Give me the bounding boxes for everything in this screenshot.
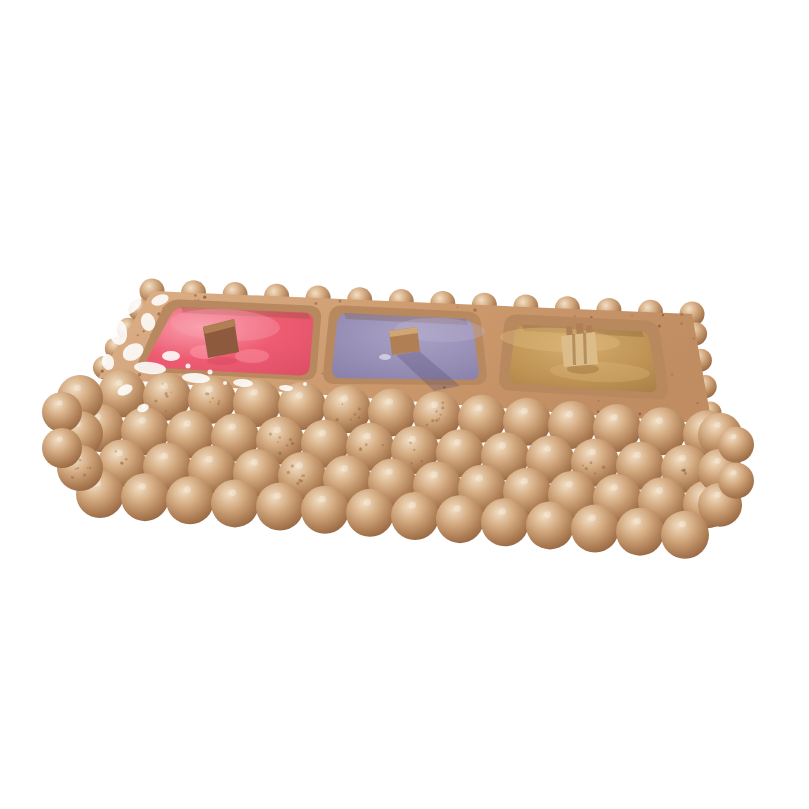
bobble-highlight	[634, 452, 641, 459]
bobble-speckle	[602, 466, 605, 469]
bobble	[42, 392, 82, 432]
bobble-speckle	[121, 462, 123, 464]
bobble-speckle	[75, 468, 77, 470]
bobble-speckle	[336, 418, 339, 421]
bobble-highlight	[229, 489, 236, 496]
bobble	[571, 505, 619, 553]
bobble-speckle	[431, 419, 434, 422]
bobble	[526, 501, 574, 549]
bobble-highlight	[499, 508, 506, 515]
bobble-highlight	[319, 496, 326, 503]
bobble	[256, 483, 304, 531]
purple-candle-wick	[389, 327, 420, 355]
bobble-highlight	[431, 401, 438, 408]
speckle	[194, 294, 197, 297]
bobble-speckle	[76, 468, 78, 470]
bobble-speckle	[79, 459, 82, 462]
bobble-speckle	[589, 461, 592, 464]
bobble-highlight	[296, 462, 303, 469]
bobble-speckle	[170, 391, 172, 393]
bobble-speckle	[165, 410, 167, 412]
bobble-speckle	[582, 465, 584, 467]
paint-dot	[208, 370, 213, 375]
bobble-speckle	[409, 441, 412, 444]
bobble	[481, 498, 529, 546]
bobble-highlight	[715, 422, 721, 428]
bobble-highlight	[454, 505, 461, 512]
pink-glow	[235, 349, 269, 363]
bobble-speckle	[279, 436, 281, 438]
bobble-highlight	[74, 384, 80, 390]
speckle	[203, 295, 206, 298]
speckle	[101, 370, 104, 373]
bobble	[391, 492, 439, 540]
bobble-speckle	[350, 418, 352, 420]
bobble-speckle	[441, 401, 444, 404]
bobble-highlight	[656, 487, 663, 494]
bobble-highlight	[386, 468, 393, 475]
bobble-speckle	[296, 482, 299, 485]
candle-tray-illustration	[0, 0, 809, 809]
purple-meniscus	[379, 354, 391, 360]
bobble-highlight	[206, 456, 213, 463]
bobble-speckle	[342, 403, 344, 405]
bobble-speckle	[585, 467, 588, 470]
bobble	[121, 473, 169, 521]
bobble-speckle	[277, 441, 279, 443]
speckle	[658, 325, 661, 328]
bobble-speckle	[212, 397, 214, 399]
speckle	[598, 400, 600, 402]
bobble-speckle	[594, 473, 596, 475]
bobble-speckle	[358, 417, 360, 419]
bobble-highlight	[296, 392, 303, 399]
speckle	[314, 302, 317, 305]
bobble	[42, 428, 82, 468]
bobble	[661, 511, 709, 559]
bobble-highlight	[634, 518, 641, 525]
bobble-highlight	[139, 483, 146, 490]
bobble-speckle	[154, 399, 157, 402]
bobble-highlight	[319, 430, 326, 437]
paint-dot	[186, 364, 191, 369]
bobble-highlight	[364, 499, 371, 506]
bobble-highlight	[499, 442, 506, 449]
bobble-speckle	[426, 424, 428, 426]
wick-front-face	[561, 332, 598, 367]
paint-dot	[303, 382, 307, 386]
bobble-speckle	[287, 471, 291, 475]
bobble-speckle	[682, 468, 686, 472]
bobble-speckle	[359, 447, 361, 449]
bobble-speckle	[365, 443, 368, 446]
bobble-highlight	[611, 484, 618, 491]
bobble-highlight	[364, 433, 371, 440]
bobble-speckle	[83, 473, 86, 476]
bobble-highlight	[521, 478, 528, 485]
speckle	[631, 315, 633, 317]
bobble-highlight	[184, 486, 191, 493]
bobble-speckle	[411, 462, 413, 464]
bobble-highlight	[274, 492, 281, 499]
product-photo	[0, 0, 809, 809]
speckle	[671, 373, 673, 375]
bobble-speckle	[209, 401, 211, 403]
bobble-speckle	[298, 479, 301, 482]
bobble-highlight	[589, 514, 596, 521]
bobble-speckle	[301, 475, 303, 477]
bobble	[718, 427, 754, 463]
speckle	[680, 313, 683, 316]
speckle	[697, 402, 699, 404]
bobble-highlight	[589, 448, 596, 455]
bobble-speckle	[289, 438, 292, 441]
bobble-highlight	[679, 455, 686, 462]
bobble	[166, 476, 214, 524]
bobble-highlight	[161, 453, 168, 460]
bobble-highlight	[544, 445, 551, 452]
bobble-highlight	[57, 436, 63, 442]
bobble-highlight	[409, 502, 416, 509]
bobble-speckle	[269, 433, 272, 436]
bobble-highlight	[476, 405, 483, 412]
bobble-highlight	[656, 417, 663, 424]
bobble-highlight	[521, 408, 528, 415]
speckle	[457, 306, 458, 307]
bobble-speckle	[162, 383, 164, 385]
bobble-highlight	[566, 411, 573, 418]
speckle	[574, 315, 576, 317]
bobble-highlight	[732, 434, 737, 439]
bobble-speckle	[441, 406, 444, 409]
speckle	[662, 314, 664, 316]
bobble-speckle	[413, 449, 415, 451]
bobble-speckle	[435, 410, 437, 412]
bobble-highlight	[251, 389, 258, 396]
bobble-highlight	[57, 400, 63, 406]
bobble-highlight	[566, 481, 573, 488]
bobble-speckle	[89, 467, 91, 469]
bobble-speckle	[218, 400, 220, 402]
bobble-highlight	[229, 423, 236, 430]
bobble-speckle	[440, 414, 442, 416]
bobble-speckle	[291, 442, 294, 445]
bobble-speckle	[278, 452, 281, 455]
bobble-highlight	[116, 449, 123, 456]
bobble-highlight	[341, 465, 348, 472]
bobble-highlight	[206, 386, 213, 393]
speckle	[693, 338, 695, 340]
bobble-highlight	[139, 417, 146, 424]
bobble-speckle	[217, 402, 220, 405]
bobble-speckle	[115, 450, 117, 452]
speckle	[638, 412, 641, 415]
bobble	[211, 479, 259, 527]
bobble-speckle	[684, 472, 687, 475]
speckle	[137, 334, 139, 336]
bobble-highlight	[715, 492, 721, 498]
bobble-speckle	[87, 467, 89, 469]
bobble	[718, 463, 754, 499]
bobble-highlight	[679, 521, 686, 528]
bobble-speckle	[420, 460, 422, 462]
speckle	[338, 299, 341, 302]
bobble-speckle	[438, 418, 440, 420]
bobble-speckle	[291, 464, 294, 467]
bobble	[301, 486, 349, 534]
bobble-highlight	[386, 398, 393, 405]
bobble	[616, 508, 664, 556]
speckle	[143, 330, 145, 332]
bobble-speckle	[71, 476, 74, 479]
bobble-highlight	[544, 511, 551, 518]
bobble-highlight	[611, 414, 618, 421]
bobble-speckle	[125, 458, 128, 461]
paint-dot	[223, 381, 227, 385]
bobble-highlight	[732, 470, 737, 475]
bobble	[436, 495, 484, 543]
bobble-speckle	[206, 392, 209, 395]
bobble-highlight	[116, 379, 123, 386]
bobble-speckle	[358, 408, 361, 411]
bobble-speckle	[354, 413, 357, 416]
bobble-speckle	[286, 444, 288, 446]
bobble-speckle	[382, 444, 384, 446]
bobble-highlight	[341, 395, 348, 402]
bobble-highlight	[184, 420, 191, 427]
bobble-speckle	[166, 395, 169, 398]
bobble-highlight	[454, 439, 461, 446]
bobble-highlight	[274, 426, 281, 433]
bobble-highlight	[715, 458, 721, 464]
bobble-highlight	[251, 459, 258, 466]
speckle	[473, 308, 477, 312]
bobble-highlight	[476, 475, 483, 482]
speckle	[680, 322, 683, 325]
pink-wick-reflection	[207, 357, 237, 365]
bobble-speckle	[435, 419, 438, 422]
paint-splash	[162, 351, 180, 361]
bobble	[346, 489, 394, 537]
bobble-highlight	[431, 471, 438, 478]
